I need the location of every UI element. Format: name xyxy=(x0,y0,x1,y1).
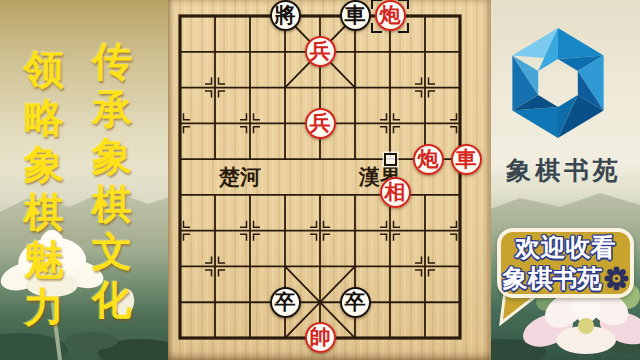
piece-black-general[interactable]: 將 xyxy=(268,0,303,34)
xiangqi-board[interactable]: 楚河 漢界 將車炮兵兵炮車相卒卒帥 xyxy=(168,0,491,360)
piece-black-soldier[interactable]: 卒 xyxy=(338,284,373,320)
banner-inherit-xiangqi-culture: 传承象棋文化 xyxy=(89,38,135,323)
lily-pad xyxy=(66,332,118,350)
banner-character: 化 xyxy=(89,276,135,324)
bubble-channel-text: 象棋书苑 xyxy=(503,263,603,294)
bubble-line-channel: 象棋书苑 xyxy=(503,263,629,294)
piece-glyph: 卒 xyxy=(340,287,371,318)
last-move-origin-cell[interactable] xyxy=(373,141,408,177)
banner-character: 棋 xyxy=(89,181,135,229)
banner-character: 略 xyxy=(21,94,67,142)
piece-red-cannon[interactable]: 炮 xyxy=(408,141,443,177)
piece-glyph: 炮 xyxy=(375,0,406,31)
piece-glyph: 車 xyxy=(451,144,482,175)
piece-glyph: 兵 xyxy=(305,108,336,139)
piece-red-cannon[interactable]: 炮 xyxy=(373,0,408,34)
piece-red-general[interactable]: 帥 xyxy=(303,320,338,356)
piece-glyph: 帥 xyxy=(305,322,336,353)
piece-black-chariot[interactable]: 車 xyxy=(338,0,373,34)
piece-glyph: 車 xyxy=(340,0,371,31)
banner-appreciate-xiangqi-charm: 领略象棋魅力 xyxy=(21,46,67,331)
banner-character: 魅 xyxy=(21,236,67,284)
banner-character: 传 xyxy=(89,38,135,86)
video-frame: 楚河 漢界 將車炮兵兵炮車相卒卒帥 领略象棋魅力 传承象棋文化 象棋书苑 欢迎收… xyxy=(0,0,640,360)
piece-glyph: 相 xyxy=(380,177,411,208)
speech-bubble: 欢迎收看 象棋书苑 xyxy=(497,228,634,298)
piece-red-soldier[interactable]: 兵 xyxy=(303,34,338,70)
hexagon-logo-icon xyxy=(505,27,611,139)
logo-caption: 象棋书苑 xyxy=(488,154,640,187)
piece-red-elephant[interactable]: 相 xyxy=(373,177,408,213)
banner-character: 力 xyxy=(21,284,67,332)
piece-red-chariot[interactable]: 車 xyxy=(443,141,478,177)
piece-glyph: 卒 xyxy=(270,287,301,318)
piece-glyph: 炮 xyxy=(413,144,444,175)
board-intersections-grid[interactable]: 將車炮兵兵炮車相卒卒帥 xyxy=(163,0,478,356)
banner-character: 承 xyxy=(89,86,135,134)
banner-character: 文 xyxy=(89,228,135,276)
gear-icon xyxy=(604,266,629,291)
banner-character: 象 xyxy=(21,141,67,189)
piece-red-soldier[interactable]: 兵 xyxy=(303,105,338,141)
last-move-origin-marker xyxy=(384,153,397,166)
banner-character: 领 xyxy=(21,46,67,94)
piece-black-soldier[interactable]: 卒 xyxy=(268,284,303,320)
banner-character: 象 xyxy=(89,133,135,181)
piece-glyph: 兵 xyxy=(305,36,336,67)
piece-glyph: 將 xyxy=(270,0,301,31)
banner-character: 棋 xyxy=(21,189,67,237)
bubble-line-welcome: 欢迎收看 xyxy=(516,232,616,263)
